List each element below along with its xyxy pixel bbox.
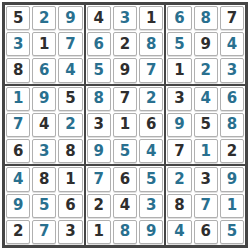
cell-r3c8[interactable]: 2	[194, 58, 218, 82]
cell-r5c9[interactable]: 8	[220, 113, 244, 137]
cell-r2c3[interactable]: 7	[58, 32, 82, 56]
cell-r6c5[interactable]: 5	[113, 139, 137, 163]
cell-r3c1[interactable]: 8	[6, 58, 30, 82]
cell-r7c8[interactable]: 3	[194, 167, 218, 191]
cell-r8c8[interactable]: 7	[194, 194, 218, 218]
cell-r3c7[interactable]: 1	[167, 58, 191, 82]
cell-r5c3[interactable]: 2	[58, 113, 82, 137]
cell-r1c1[interactable]: 5	[6, 6, 30, 30]
sudoku-board: 5293178644316285976875941231957426388723…	[2, 2, 248, 248]
cell-r9c4[interactable]: 1	[87, 220, 111, 244]
cell-r4c6[interactable]: 2	[139, 87, 163, 111]
box-6: 346958712	[165, 85, 246, 166]
box-1: 529317864	[4, 4, 85, 85]
cell-r7c6[interactable]: 5	[139, 167, 163, 191]
cell-r6c4[interactable]: 9	[87, 139, 111, 163]
cell-r4c1[interactable]: 1	[6, 87, 30, 111]
cell-r6c6[interactable]: 4	[139, 139, 163, 163]
cell-r6c9[interactable]: 2	[220, 139, 244, 163]
box-5: 872316954	[85, 85, 166, 166]
cell-r3c4[interactable]: 5	[87, 58, 111, 82]
cell-r9c3[interactable]: 3	[58, 220, 82, 244]
cell-r4c2[interactable]: 9	[32, 87, 56, 111]
cell-r8c5[interactable]: 4	[113, 194, 137, 218]
cell-r2c7[interactable]: 5	[167, 32, 191, 56]
cell-r3c3[interactable]: 4	[58, 58, 82, 82]
cell-r4c8[interactable]: 4	[194, 87, 218, 111]
box-2: 431628597	[85, 4, 166, 85]
cell-r4c3[interactable]: 5	[58, 87, 82, 111]
cell-r7c3[interactable]: 1	[58, 167, 82, 191]
cell-r6c1[interactable]: 6	[6, 139, 30, 163]
cell-r8c6[interactable]: 3	[139, 194, 163, 218]
cell-r1c9[interactable]: 7	[220, 6, 244, 30]
cell-r3c6[interactable]: 7	[139, 58, 163, 82]
cell-r6c8[interactable]: 1	[194, 139, 218, 163]
cell-r9c2[interactable]: 7	[32, 220, 56, 244]
cell-r8c3[interactable]: 6	[58, 194, 82, 218]
box-9: 239871465	[165, 165, 246, 246]
cell-r5c5[interactable]: 1	[113, 113, 137, 137]
cell-r7c1[interactable]: 4	[6, 167, 30, 191]
cell-r8c1[interactable]: 9	[6, 194, 30, 218]
cell-r1c8[interactable]: 8	[194, 6, 218, 30]
box-8: 765243189	[85, 165, 166, 246]
cell-r5c2[interactable]: 4	[32, 113, 56, 137]
box-7: 481956273	[4, 165, 85, 246]
cell-r7c7[interactable]: 2	[167, 167, 191, 191]
cell-r7c4[interactable]: 7	[87, 167, 111, 191]
cell-r9c5[interactable]: 8	[113, 220, 137, 244]
cell-r6c7[interactable]: 7	[167, 139, 191, 163]
cell-r9c9[interactable]: 5	[220, 220, 244, 244]
cell-r1c2[interactable]: 2	[32, 6, 56, 30]
cell-r5c1[interactable]: 7	[6, 113, 30, 137]
cell-r2c2[interactable]: 1	[32, 32, 56, 56]
cell-r2c4[interactable]: 6	[87, 32, 111, 56]
cell-r9c1[interactable]: 2	[6, 220, 30, 244]
cell-r2c5[interactable]: 2	[113, 32, 137, 56]
cell-r8c4[interactable]: 2	[87, 194, 111, 218]
cell-r9c6[interactable]: 9	[139, 220, 163, 244]
cell-r2c8[interactable]: 9	[194, 32, 218, 56]
cell-r7c5[interactable]: 6	[113, 167, 137, 191]
cell-r7c9[interactable]: 9	[220, 167, 244, 191]
cell-r2c6[interactable]: 8	[139, 32, 163, 56]
cell-r1c7[interactable]: 6	[167, 6, 191, 30]
cell-r6c2[interactable]: 3	[32, 139, 56, 163]
cell-r6c3[interactable]: 8	[58, 139, 82, 163]
cell-r4c5[interactable]: 7	[113, 87, 137, 111]
cell-r7c2[interactable]: 8	[32, 167, 56, 191]
box-3: 687594123	[165, 4, 246, 85]
cell-r1c6[interactable]: 1	[139, 6, 163, 30]
cell-r5c4[interactable]: 3	[87, 113, 111, 137]
cell-r1c4[interactable]: 4	[87, 6, 111, 30]
cell-r9c8[interactable]: 6	[194, 220, 218, 244]
cell-r3c9[interactable]: 3	[220, 58, 244, 82]
cell-r8c2[interactable]: 5	[32, 194, 56, 218]
cell-r5c8[interactable]: 5	[194, 113, 218, 137]
cell-r3c2[interactable]: 6	[32, 58, 56, 82]
sudoku-page: 5293178644316285976875941231957426388723…	[0, 0, 250, 250]
cell-r1c3[interactable]: 9	[58, 6, 82, 30]
cell-r5c6[interactable]: 6	[139, 113, 163, 137]
cell-r2c1[interactable]: 3	[6, 32, 30, 56]
cell-r4c4[interactable]: 8	[87, 87, 111, 111]
cell-r5c7[interactable]: 9	[167, 113, 191, 137]
cell-r8c9[interactable]: 1	[220, 194, 244, 218]
cell-r9c7[interactable]: 4	[167, 220, 191, 244]
cell-r4c9[interactable]: 6	[220, 87, 244, 111]
cell-r4c7[interactable]: 3	[167, 87, 191, 111]
cell-r1c5[interactable]: 3	[113, 6, 137, 30]
cell-r3c5[interactable]: 9	[113, 58, 137, 82]
cell-r8c7[interactable]: 8	[167, 194, 191, 218]
cell-r2c9[interactable]: 4	[220, 32, 244, 56]
box-4: 195742638	[4, 85, 85, 166]
